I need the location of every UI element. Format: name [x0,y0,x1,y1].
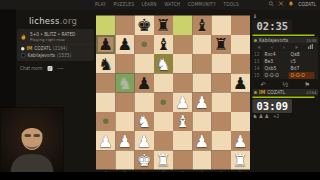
game-meta-line: 5+0 • BLITZ • RATED [30,32,91,37]
square-b1[interactable] [115,150,134,169]
square-a1[interactable] [96,150,115,169]
top-nav-menu: PLAYPUZZLESLEARNWATCHCOMMUNITYTOOLS [95,2,239,7]
streamer-webcam [0,108,64,174]
next-move-button[interactable]: › [283,44,285,51]
square-g5[interactable] [212,73,231,92]
square-g3[interactable] [212,112,231,131]
move-list: 12Rxc4Qa813Be3c514Qxb5Bd715O-O-OO-O-O [253,51,319,79]
ghost-white-knight: ♞ [117,75,132,92]
white-player-title: IM [259,90,265,95]
white-pawn: ♟ [233,132,248,149]
game-side-panel: ♝ 02:35 Kabilajevorts 1535 «‹›» 12Rxc4Qa… [253,13,319,121]
black-pawn: ♟ [233,75,248,92]
square-b4[interactable] [115,93,134,112]
square-f4[interactable]: ♟ [192,93,211,112]
square-f5[interactable] [192,73,211,92]
white-pawn: ♟ [175,94,190,111]
captured-pieces-top: ♝ [253,13,319,20]
square-b6[interactable] [115,54,134,73]
square-a5[interactable] [96,73,115,92]
screenshot-root: PLAYPUZZLESLEARNWATCHCOMMUNITYTOOLS COZA… [0,0,320,180]
square-g7[interactable]: ♜ [212,35,231,54]
black-rook: ♜ [214,36,229,53]
square-c1[interactable]: ♚ [135,150,154,169]
player-row-black[interactable]: Kabilajevorts (1535) [17,51,94,58]
black-pawn: ♟ [137,75,152,92]
square-f7[interactable] [192,35,211,54]
white-pawn: ♟ [194,94,209,111]
square-c7[interactable] [135,35,154,54]
nav-item-tools[interactable]: TOOLS [223,2,238,7]
square-b7[interactable]: ♟ [115,35,134,54]
black-time-bar [253,35,315,37]
prev-move-button[interactable]: ‹ [271,44,273,51]
square-f1[interactable] [192,150,211,169]
black-move-12[interactable]: Qa8 [289,51,315,58]
game-info-box: 5+0 • BLITZ • RATED Playing right now IM… [17,29,94,61]
move-nav-controls: «‹›» [253,44,319,52]
white-color-disc [21,47,25,51]
chat-room-row: Chat room ✓ [20,66,94,71]
square-h4[interactable] [231,93,250,112]
square-e2[interactable] [173,131,192,150]
white-move-14[interactable]: Qxb5 [263,65,289,72]
black-knight: ♞ [98,55,113,72]
square-e6[interactable] [173,54,192,73]
white-player-bar[interactable]: IM COZATL 2164 [253,89,319,96]
search-icon[interactable] [269,1,275,7]
white-player-name: COZATL [267,90,285,95]
move-number: 13 [253,58,263,65]
square-d7[interactable]: ♝ [154,35,173,54]
square-d1[interactable]: ♜ [154,150,173,169]
captured-glyphs: ♞♟♟ [253,113,271,120]
player-title: IM [27,46,33,51]
square-h1[interactable]: ♜ [231,150,250,169]
takeback-button[interactable]: ↶ [260,80,265,88]
white-clock: 03:09 [253,99,293,113]
notification-bell-icon[interactable] [289,1,294,7]
white-knight: ♞ [137,113,152,130]
square-d3[interactable] [154,112,173,131]
white-player-rating: 2164 [306,90,316,95]
square-a7[interactable]: ♟ [96,35,115,54]
square-d2[interactable] [154,131,173,150]
black-move-14[interactable]: Bd7 [289,65,315,72]
square-c4[interactable] [135,93,154,112]
square-e5[interactable] [173,73,192,92]
player-rating: (2164) [53,46,67,51]
blitz-flame-icon [21,34,27,44]
square-g1[interactable] [212,150,231,169]
square-f8[interactable]: ♝ [192,16,211,35]
username-menu[interactable]: COZATL [298,1,316,6]
square-h5[interactable]: ♟ [231,73,250,92]
black-bishop: ♝ [156,36,171,53]
nav-item-learn[interactable]: LEARN [142,2,157,7]
square-h7[interactable] [231,35,250,54]
square-b3[interactable] [115,112,134,131]
player-rating: (1535) [57,53,71,58]
nav-item-community[interactable]: COMMUNITY [188,2,216,7]
material-advantage: +2 [273,114,279,119]
square-f6[interactable] [192,54,211,73]
black-move-13[interactable]: c5 [289,58,315,65]
online-dot [254,91,257,94]
square-a6[interactable]: ♞ [96,54,115,73]
resign-flag-button[interactable]: ⚑ [304,80,310,88]
player-name: COZATL [34,46,51,51]
square-h6[interactable] [231,54,250,73]
square-g6[interactable] [212,54,231,73]
square-c8[interactable]: ♚ [135,16,154,35]
bottom-letterbox [0,172,320,180]
white-pawn: ♟ [137,132,152,149]
white-rook: ♜ [156,152,171,169]
square-h8[interactable] [231,16,250,35]
nav-item-play[interactable]: PLAY [95,2,106,7]
square-c3[interactable]: ♞ [135,112,154,131]
game-action-buttons: ↶ ½ ⚑ [253,79,319,89]
square-b8[interactable] [115,16,134,35]
white-move-15[interactable]: O-O-O [263,72,289,79]
chat-divider [57,68,63,69]
nav-item-watch[interactable]: WATCH [164,2,180,7]
square-d6[interactable]: ♞ [154,54,173,73]
square-b2[interactable]: ♟ [115,131,134,150]
square-e1[interactable] [173,150,192,169]
challenge-swords-icon[interactable] [279,1,285,7]
game-status-line: Playing right now [30,38,91,43]
white-move-12[interactable]: Rxc4 [263,51,289,58]
black-pawn: ♟ [117,36,132,53]
white-time-bar [253,97,315,99]
black-pawn: ♟ [98,36,113,53]
black-clock: 02:35 [253,20,293,34]
square-e4[interactable]: ♟ [173,93,192,112]
chat-room-label: Chat room [20,66,42,71]
chat-toggle-checkbox[interactable]: ✓ [47,66,52,71]
white-move-13[interactable]: Be3 [263,58,289,65]
square-f2[interactable]: ♟ [192,131,211,150]
square-b5[interactable]: ♞ [115,73,134,92]
player-name: Kabilajevorts [28,53,56,58]
square-a4[interactable] [96,93,115,112]
square-d4[interactable] [154,93,173,112]
white-pawn: ♟ [117,132,132,149]
white-king: ♚ [137,152,152,169]
draw-offer-button[interactable]: ½ [282,80,288,88]
black-color-disc [21,53,26,58]
nav-item-puzzles[interactable]: PUZZLES [114,2,135,7]
analysis-chart-icon[interactable] [308,44,313,51]
square-h3[interactable] [231,112,250,131]
top-nav-right: COZATL [269,1,316,7]
move-number: 15 [253,72,263,79]
last-move-button[interactable]: » [295,44,298,51]
square-c5[interactable]: ♟ [135,73,154,92]
white-bishop: ♝ [175,113,190,130]
square-e7[interactable] [173,35,192,54]
square-a8[interactable] [96,16,115,35]
site-logo[interactable]: lichess.org [29,16,77,26]
chess-board: ♚♜♝♟♟♝♜♞♞♞♟♟♟♟♞♝♟♟♟♟♟♚♜♜ [96,16,250,170]
square-g8[interactable] [212,16,231,35]
captured-pieces-bottom: ♞♟♟ +2 [253,113,319,120]
black-bishop: ♝ [194,17,209,34]
black-rook: ♜ [156,17,171,34]
square-c6[interactable] [135,54,154,73]
square-c2[interactable]: ♟ [135,131,154,150]
square-a3[interactable] [96,112,115,131]
first-move-button[interactable]: « [257,44,260,51]
square-f3[interactable] [192,112,211,131]
square-e3[interactable]: ♝ [173,112,192,131]
square-d8[interactable]: ♜ [154,16,173,35]
black-player-rating: 1535 [306,38,316,43]
online-dot [254,39,257,42]
square-e8[interactable] [173,16,192,35]
white-rook: ♜ [233,152,248,169]
lichess-page: PLAYPUZZLESLEARNWATCHCOMMUNITYTOOLS COZA… [0,0,320,180]
square-g2[interactable] [212,131,231,150]
square-a2[interactable]: ♟ [96,131,115,150]
move-number: 14 [253,65,263,72]
top-nav-bar: PLAYPUZZLESLEARNWATCHCOMMUNITYTOOLS COZA… [0,0,320,10]
white-knight: ♞ [156,55,171,72]
white-pawn: ♟ [98,132,113,149]
black-move-15[interactable]: O-O-O [289,72,315,79]
black-player-name: Kabilajevorts [259,38,288,43]
move-number: 12 [253,51,263,58]
square-g4[interactable] [212,93,231,112]
black-king: ♚ [137,17,152,34]
white-pawn: ♟ [194,132,209,149]
streamer-silhouette [1,108,64,173]
square-h2[interactable]: ♟ [231,131,250,150]
square-d5[interactable] [154,73,173,92]
